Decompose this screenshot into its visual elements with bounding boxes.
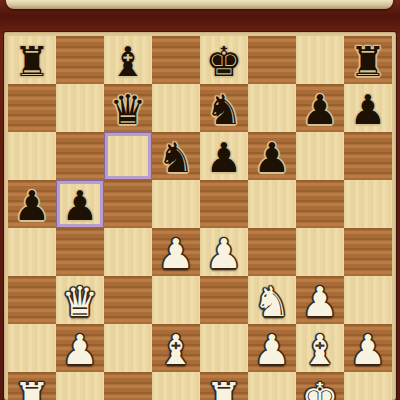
square-b8[interactable] bbox=[56, 36, 104, 84]
piece-white-rook-a1[interactable]: ♜ bbox=[8, 374, 56, 400]
piece-black-king-e8[interactable]: ♚ bbox=[200, 38, 248, 86]
square-f1[interactable] bbox=[248, 372, 296, 400]
square-f2[interactable]: ♟ bbox=[248, 324, 296, 372]
square-f6[interactable]: ♟ bbox=[248, 132, 296, 180]
square-a4[interactable] bbox=[8, 228, 56, 276]
square-a3[interactable] bbox=[8, 276, 56, 324]
square-c4[interactable] bbox=[104, 228, 152, 276]
square-a2[interactable] bbox=[8, 324, 56, 372]
square-a7[interactable] bbox=[8, 84, 56, 132]
square-e8[interactable]: ♚ bbox=[200, 36, 248, 84]
square-b5[interactable]: ♟ bbox=[56, 180, 104, 228]
square-g1[interactable]: ♚ bbox=[296, 372, 344, 400]
square-d2[interactable]: ♝ bbox=[152, 324, 200, 372]
square-c6[interactable] bbox=[104, 132, 152, 180]
square-e5[interactable] bbox=[200, 180, 248, 228]
square-e2[interactable] bbox=[200, 324, 248, 372]
piece-white-pawn-b2[interactable]: ♟ bbox=[56, 326, 104, 374]
piece-black-pawn-a5[interactable]: ♟ bbox=[8, 182, 56, 230]
square-c8[interactable]: ♝ bbox=[104, 36, 152, 84]
piece-black-pawn-e6[interactable]: ♟ bbox=[200, 134, 248, 182]
piece-white-knight-f3[interactable]: ♞ bbox=[248, 278, 296, 326]
piece-white-pawn-h2[interactable]: ♟ bbox=[344, 326, 392, 374]
square-e3[interactable] bbox=[200, 276, 248, 324]
square-f3[interactable]: ♞ bbox=[248, 276, 296, 324]
piece-black-knight-e7[interactable]: ♞ bbox=[200, 86, 248, 134]
square-h5[interactable] bbox=[344, 180, 392, 228]
square-b1[interactable] bbox=[56, 372, 104, 400]
square-f8[interactable] bbox=[248, 36, 296, 84]
square-d6[interactable]: ♞ bbox=[152, 132, 200, 180]
square-g8[interactable] bbox=[296, 36, 344, 84]
square-g6[interactable] bbox=[296, 132, 344, 180]
piece-black-pawn-h7[interactable]: ♟ bbox=[344, 86, 392, 134]
square-h3[interactable] bbox=[344, 276, 392, 324]
square-d4[interactable]: ♟ bbox=[152, 228, 200, 276]
square-a8[interactable]: ♜ bbox=[8, 36, 56, 84]
square-a5[interactable]: ♟ bbox=[8, 180, 56, 228]
square-a1[interactable]: ♜ bbox=[8, 372, 56, 400]
square-g4[interactable] bbox=[296, 228, 344, 276]
square-c7[interactable]: ♛ bbox=[104, 84, 152, 132]
piece-white-pawn-e4[interactable]: ♟ bbox=[200, 230, 248, 278]
square-h1[interactable] bbox=[344, 372, 392, 400]
piece-white-pawn-f2[interactable]: ♟ bbox=[248, 326, 296, 374]
square-d7[interactable] bbox=[152, 84, 200, 132]
square-c3[interactable] bbox=[104, 276, 152, 324]
square-h8[interactable]: ♜ bbox=[344, 36, 392, 84]
piece-black-queen-c7[interactable]: ♛ bbox=[104, 86, 152, 134]
piece-black-pawn-f6[interactable]: ♟ bbox=[248, 134, 296, 182]
piece-white-bishop-g2[interactable]: ♝ bbox=[296, 326, 344, 374]
square-a6[interactable] bbox=[8, 132, 56, 180]
square-e6[interactable]: ♟ bbox=[200, 132, 248, 180]
piece-black-rook-a8[interactable]: ♜ bbox=[8, 38, 56, 86]
piece-white-king-g1[interactable]: ♚ bbox=[296, 374, 344, 400]
square-c1[interactable] bbox=[104, 372, 152, 400]
square-g7[interactable]: ♟ bbox=[296, 84, 344, 132]
square-g5[interactable] bbox=[296, 180, 344, 228]
square-h6[interactable] bbox=[344, 132, 392, 180]
piece-black-pawn-b5[interactable]: ♟ bbox=[56, 182, 104, 230]
square-e1[interactable]: ♜ bbox=[200, 372, 248, 400]
chess-board[interactable]: ♜♝♚♜♛♞♟♟♞♟♟♟♟♟♟♛♞♟♟♝♟♝♟♜♜♚ bbox=[8, 36, 392, 400]
top-panel-edge bbox=[6, 0, 393, 9]
square-h7[interactable]: ♟ bbox=[344, 84, 392, 132]
piece-black-bishop-c8[interactable]: ♝ bbox=[104, 38, 152, 86]
square-f7[interactable] bbox=[248, 84, 296, 132]
square-b7[interactable] bbox=[56, 84, 104, 132]
piece-white-pawn-d4[interactable]: ♟ bbox=[152, 230, 200, 278]
piece-white-bishop-d2[interactable]: ♝ bbox=[152, 326, 200, 374]
chess-app-screen: ♜♝♚♜♛♞♟♟♞♟♟♟♟♟♟♛♞♟♟♝♟♝♟♜♜♚ bbox=[0, 0, 400, 400]
square-e7[interactable]: ♞ bbox=[200, 84, 248, 132]
square-f5[interactable] bbox=[248, 180, 296, 228]
square-d8[interactable] bbox=[152, 36, 200, 84]
square-d5[interactable] bbox=[152, 180, 200, 228]
piece-black-knight-d6[interactable]: ♞ bbox=[152, 134, 200, 182]
piece-black-rook-h8[interactable]: ♜ bbox=[344, 38, 392, 86]
square-e4[interactable]: ♟ bbox=[200, 228, 248, 276]
piece-white-pawn-g3[interactable]: ♟ bbox=[296, 278, 344, 326]
square-c2[interactable] bbox=[104, 324, 152, 372]
square-h4[interactable] bbox=[344, 228, 392, 276]
square-d3[interactable] bbox=[152, 276, 200, 324]
square-c5[interactable] bbox=[104, 180, 152, 228]
square-b3[interactable]: ♛ bbox=[56, 276, 104, 324]
square-g2[interactable]: ♝ bbox=[296, 324, 344, 372]
square-h2[interactable]: ♟ bbox=[344, 324, 392, 372]
square-d1[interactable] bbox=[152, 372, 200, 400]
piece-white-rook-e1[interactable]: ♜ bbox=[200, 374, 248, 400]
piece-white-queen-b3[interactable]: ♛ bbox=[56, 278, 104, 326]
square-b6[interactable] bbox=[56, 132, 104, 180]
piece-black-pawn-g7[interactable]: ♟ bbox=[296, 86, 344, 134]
square-g3[interactable]: ♟ bbox=[296, 276, 344, 324]
square-f4[interactable] bbox=[248, 228, 296, 276]
square-b4[interactable] bbox=[56, 228, 104, 276]
square-b2[interactable]: ♟ bbox=[56, 324, 104, 372]
